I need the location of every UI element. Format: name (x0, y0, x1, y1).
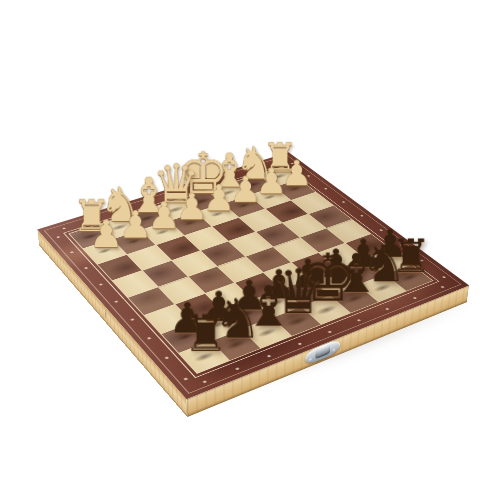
white-pawn-glyph: ♟ (61, 215, 151, 253)
board-frame: ♜♞♝♛♚♝♞♜♟♟♟♟♟♟♟♟♟♟♟♟♟♟♟♟♜♞♝♛♚♝♞♜ (37, 152, 469, 399)
chess-board: ♜♞♝♛♚♝♞♜♟♟♟♟♟♟♟♟♟♟♟♟♟♟♟♟♜♞♝♛♚♝♞♜ (37, 152, 469, 399)
black-rook-glyph: ♜ (155, 308, 257, 359)
pieces-layer: ♜♞♝♛♚♝♞♜♟♟♟♟♟♟♟♟♟♟♟♟♟♟♟♟♜♞♝♛♚♝♞♜ (37, 152, 469, 399)
product-photo-scene: ♜♞♝♛♚♝♞♜♟♟♟♟♟♟♟♟♟♟♟♟♟♟♟♟♜♞♝♛♚♝♞♜ (0, 0, 500, 500)
